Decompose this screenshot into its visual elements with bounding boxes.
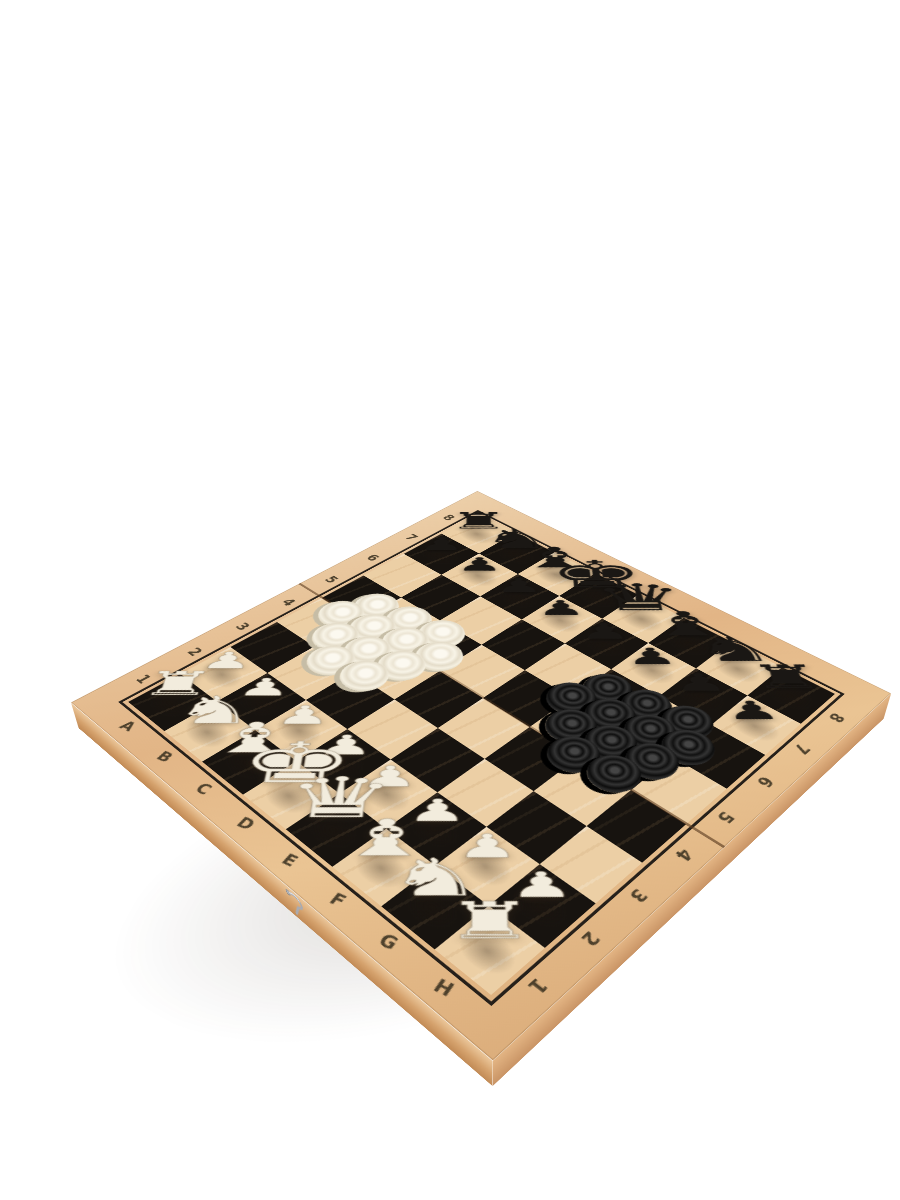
product-photo-stage: A88B77C66D55E44F33G22H11 ♜♞♝♚♛♝♞♜♟♟♟♟♟♟♟… — [0, 0, 900, 1200]
